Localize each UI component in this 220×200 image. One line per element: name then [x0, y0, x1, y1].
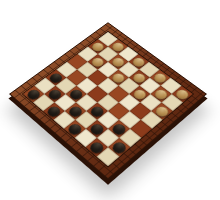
- board-grid: ●●●●●●●●●●●●●●●●●●●●●●●●: [22, 31, 195, 168]
- checkers-board: ●●●●●●●●●●●●●●●●●●●●●●●●: [9, 22, 207, 179]
- board-perspective-wrapper: ●●●●●●●●●●●●●●●●●●●●●●●●: [9, 22, 207, 179]
- board-photo: ●●●●●●●●●●●●●●●●●●●●●●●●: [0, 0, 220, 200]
